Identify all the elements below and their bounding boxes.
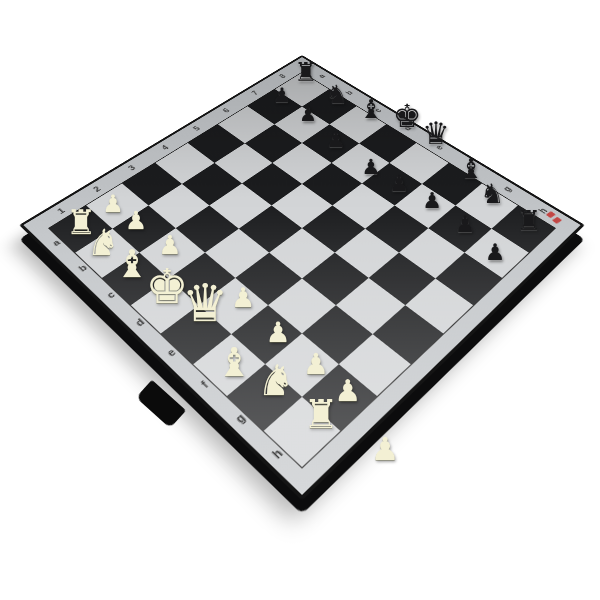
piece-white-queen-e1[interactable]: ♛ xyxy=(182,277,229,329)
chess-set-photo: abcdefgh 87654321 abcdefgh ♜♞♝♚♛♝♞♜♟♟♟♟♟… xyxy=(0,0,600,600)
piece-black-knight-b8[interactable]: ♞ xyxy=(326,82,348,107)
piece-black-pawn-d7[interactable]: ♟ xyxy=(362,157,381,178)
piece-black-king-d8[interactable]: ♚ xyxy=(393,100,422,132)
piece-black-pawn-e7[interactable]: ♟ xyxy=(389,173,409,195)
piece-black-rook-h8[interactable]: ♜ xyxy=(517,207,541,234)
piece-white-pawn-f2[interactable]: ♟ xyxy=(303,350,329,379)
piece-black-rook-a8[interactable]: ♜ xyxy=(294,59,317,85)
piece-white-pawn-b2[interactable]: ♟ xyxy=(125,208,147,233)
piece-white-rook-h1[interactable]: ♜ xyxy=(303,394,339,434)
piece-white-pawn-h2[interactable]: ♟ xyxy=(371,433,400,465)
piece-black-queen-e8[interactable]: ♛ xyxy=(422,118,450,149)
piece-black-pawn-a7[interactable]: ♟ xyxy=(273,85,291,105)
piece-white-bishop-c1[interactable]: ♝ xyxy=(115,245,149,283)
piece-black-pawn-b7[interactable]: ♟ xyxy=(299,104,317,124)
piece-black-pawn-c7[interactable]: ♟ xyxy=(327,130,346,151)
piece-black-pawn-f7[interactable]: ♟ xyxy=(422,190,442,212)
piece-white-pawn-a2[interactable]: ♟ xyxy=(102,192,124,216)
piece-white-knight-g1[interactable]: ♞ xyxy=(257,360,295,402)
piece-black-pawn-g7[interactable]: ♟ xyxy=(455,213,476,236)
pieces-layer: ♜♞♝♚♛♝♞♜♟♟♟♟♟♟♟♟♟♟♟♟♟♟♟♟♜♞♝♚♛♝♞♜ xyxy=(0,0,600,600)
piece-black-knight-g8[interactable]: ♞ xyxy=(480,180,504,207)
piece-black-bishop-c8[interactable]: ♝ xyxy=(359,96,382,122)
piece-white-pawn-c2[interactable]: ♟ xyxy=(158,232,181,258)
piece-white-pawn-e2[interactable]: ♟ xyxy=(265,319,290,347)
piece-black-pawn-h7[interactable]: ♟ xyxy=(485,241,506,264)
piece-white-pawn-d2[interactable]: ♟ xyxy=(231,284,255,311)
piece-white-bishop-f1[interactable]: ♝ xyxy=(216,342,252,382)
